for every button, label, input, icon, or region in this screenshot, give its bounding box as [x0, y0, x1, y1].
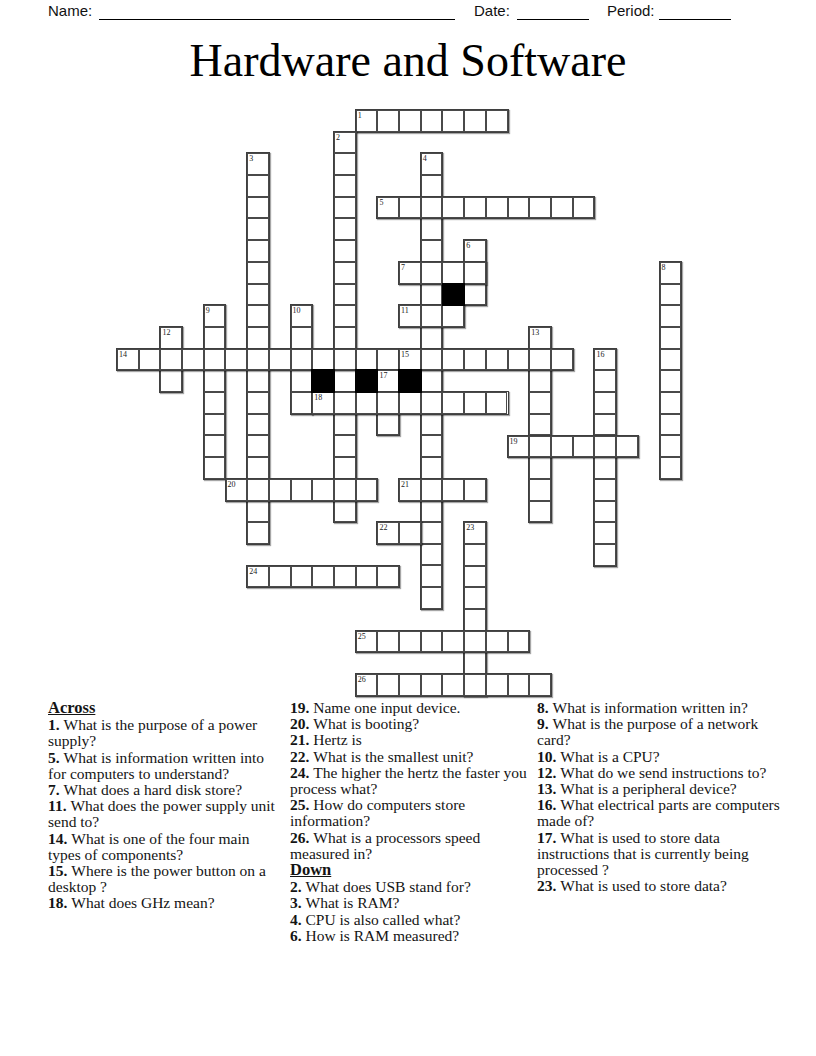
cell[interactable]: [464, 110, 486, 132]
cell[interactable]: [204, 414, 226, 436]
cell[interactable]: [377, 631, 399, 653]
clue-25: 25. How do computers store information?: [290, 797, 530, 829]
clue-number: 18: [314, 393, 322, 402]
cell[interactable]: [377, 414, 399, 436]
cell[interactable]: [594, 522, 616, 544]
cell[interactable]: [377, 110, 399, 132]
cell[interactable]: 24: [247, 566, 269, 588]
cell[interactable]: [529, 370, 551, 392]
cell[interactable]: 23: [464, 522, 486, 544]
cell[interactable]: 7: [399, 262, 421, 284]
black-cell: [398, 369, 422, 393]
cell[interactable]: 3: [247, 153, 269, 175]
clue-1: 1. What is the purpose of a power supply…: [48, 717, 280, 749]
clue-4: 4. CPU is also called what?: [290, 912, 530, 928]
cell[interactable]: [291, 392, 313, 414]
clue-number: 23: [466, 523, 474, 532]
cell[interactable]: [291, 479, 313, 501]
cell[interactable]: [334, 175, 356, 197]
cell[interactable]: [334, 327, 356, 349]
cell[interactable]: [421, 522, 443, 544]
clue-14: 14. What is one of the four main types o…: [48, 831, 280, 863]
cell[interactable]: [442, 479, 464, 501]
clue-number: 14: [119, 350, 127, 359]
cell[interactable]: [334, 305, 356, 327]
clue-23: 23. What is used to store data?: [537, 878, 789, 894]
clue-15: 15. Where is the power button on a deskt…: [48, 863, 280, 895]
cell[interactable]: [442, 392, 464, 414]
cell[interactable]: [442, 349, 464, 371]
cell[interactable]: [399, 392, 421, 414]
cell[interactable]: [529, 197, 551, 219]
word-25-across: 25: [355, 630, 531, 654]
cell[interactable]: [312, 349, 334, 371]
cell[interactable]: [421, 218, 443, 240]
cell[interactable]: 18: [312, 392, 334, 414]
cell[interactable]: 17: [377, 370, 399, 392]
clue-16: 16. What electrical parts are computers …: [537, 797, 789, 829]
cell[interactable]: [551, 436, 573, 458]
cell[interactable]: [247, 262, 269, 284]
cell[interactable]: [182, 349, 204, 371]
word-20-across: 20: [225, 478, 379, 502]
cell[interactable]: [334, 479, 356, 501]
cell[interactable]: [616, 436, 638, 458]
cell[interactable]: [334, 240, 356, 262]
cell[interactable]: [573, 436, 595, 458]
cell[interactable]: [660, 435, 682, 457]
clue-17: 17. What is used to store data instructi…: [537, 830, 789, 879]
cell[interactable]: [508, 631, 530, 653]
cell[interactable]: [660, 392, 682, 414]
cell[interactable]: [421, 457, 443, 479]
cell[interactable]: 22: [377, 522, 399, 544]
cell[interactable]: [334, 262, 356, 284]
cell[interactable]: [660, 457, 682, 479]
cell[interactable]: [442, 197, 464, 219]
cell[interactable]: [529, 501, 551, 523]
clue-7: 7. What does a hard disk store?: [48, 782, 280, 798]
cell[interactable]: [421, 175, 443, 197]
name-label: Name:: [48, 2, 92, 19]
cell[interactable]: [269, 349, 291, 371]
cell[interactable]: [594, 544, 616, 566]
cell[interactable]: [594, 436, 616, 458]
cell[interactable]: [486, 349, 508, 371]
period-label: Period:: [607, 2, 655, 19]
cell[interactable]: [486, 197, 508, 219]
cell[interactable]: [421, 349, 443, 371]
cell[interactable]: [464, 631, 486, 653]
cell[interactable]: [291, 370, 313, 392]
cell[interactable]: 25: [356, 631, 378, 653]
word-9-down: 9: [203, 304, 227, 480]
clue-13: 13. What is a peripheral device?: [537, 781, 789, 797]
cell[interactable]: 6: [464, 240, 486, 262]
cell[interactable]: [508, 674, 530, 696]
cell[interactable]: [421, 565, 443, 587]
cell[interactable]: [291, 349, 313, 371]
clue-3: 3. What is RAM?: [290, 895, 530, 911]
clue-number: 16: [596, 350, 604, 359]
clue-number: 5: [379, 198, 383, 207]
cell[interactable]: [334, 566, 356, 588]
clue-column-2: 19. Name one input device.20. What is bo…: [290, 700, 530, 944]
cell[interactable]: [486, 110, 508, 132]
cell[interactable]: [204, 392, 226, 414]
cell[interactable]: [464, 544, 486, 566]
cell[interactable]: [529, 392, 551, 414]
clue-21: 21. Hertz is: [290, 732, 530, 748]
period-input-line[interactable]: [659, 1, 731, 20]
clue-12: 12. What do we send instructions to?: [537, 765, 789, 781]
word-14-across: 14: [116, 348, 400, 372]
cell[interactable]: [399, 522, 421, 544]
cell[interactable]: [399, 631, 421, 653]
cell[interactable]: [464, 262, 486, 284]
cell[interactable]: [660, 349, 682, 371]
cell[interactable]: [660, 284, 682, 306]
word-5-across: 5: [376, 196, 595, 220]
cell[interactable]: [247, 240, 269, 262]
clue-19: 19. Name one input device.: [290, 700, 530, 716]
cell[interactable]: [312, 566, 334, 588]
cell[interactable]: [312, 479, 334, 501]
clue-number: 15: [401, 350, 409, 359]
cell[interactable]: [464, 587, 486, 609]
cell[interactable]: [334, 435, 356, 457]
cell[interactable]: [551, 349, 573, 371]
cell[interactable]: [160, 370, 182, 392]
cell[interactable]: [529, 479, 551, 501]
cell[interactable]: [269, 479, 291, 501]
cell[interactable]: [247, 479, 269, 501]
date-input-line[interactable]: [517, 1, 589, 20]
clue-20: 20. What is booting?: [290, 716, 530, 732]
word-2-down: 2: [333, 131, 357, 524]
cell[interactable]: [377, 674, 399, 696]
cell[interactable]: 12: [160, 327, 182, 349]
cell[interactable]: [377, 566, 399, 588]
clue-number: 8: [662, 263, 666, 272]
cell[interactable]: [508, 349, 530, 371]
cell[interactable]: [421, 305, 443, 327]
cell[interactable]: [225, 349, 247, 371]
clue-number: 7: [401, 263, 405, 272]
cell[interactable]: [377, 392, 399, 414]
cell[interactable]: 13: [529, 327, 551, 349]
cell[interactable]: [421, 587, 443, 609]
cell[interactable]: [204, 327, 226, 349]
word-21-across: 21: [398, 478, 487, 502]
cell[interactable]: [247, 435, 269, 457]
clue-number: 3: [249, 154, 253, 163]
cell[interactable]: [529, 457, 551, 479]
cell[interactable]: [247, 197, 269, 219]
cell[interactable]: [334, 500, 356, 522]
clue-22: 22. What is the smallest unit?: [290, 749, 530, 765]
cell[interactable]: [442, 674, 464, 696]
cell[interactable]: [464, 284, 486, 306]
clue-number: 20: [228, 480, 236, 489]
word-4-down: 4: [420, 152, 444, 610]
cell[interactable]: [334, 197, 356, 219]
clue-number: 21: [401, 480, 409, 489]
cell[interactable]: [291, 327, 313, 349]
cell[interactable]: [442, 305, 464, 327]
name-input-line[interactable]: [99, 1, 455, 20]
cell[interactable]: [356, 566, 378, 588]
clue-2: 2. What does USB stand for?: [290, 879, 530, 895]
cell[interactable]: [334, 457, 356, 479]
clue-8: 8. What is information written in?: [537, 700, 789, 716]
clue-number: 10: [293, 306, 301, 315]
word-26-across: 26: [355, 673, 552, 697]
cell[interactable]: [247, 457, 269, 479]
word-22-across: 22: [376, 521, 421, 545]
cell[interactable]: 14: [117, 349, 139, 371]
cell[interactable]: 10: [291, 305, 313, 327]
word-1-across: 1: [355, 109, 509, 133]
black-cell: [442, 283, 466, 307]
cell[interactable]: [421, 500, 443, 522]
cell[interactable]: [247, 392, 269, 414]
cell[interactable]: [139, 349, 161, 371]
cell[interactable]: [464, 609, 486, 631]
cell[interactable]: [247, 327, 269, 349]
clue-column-1: Across1. What is the purpose of a power …: [48, 700, 280, 912]
cell[interactable]: [291, 566, 313, 588]
cell[interactable]: [204, 435, 226, 457]
cell[interactable]: 1: [356, 110, 378, 132]
cell[interactable]: [660, 327, 682, 349]
clues-down-header: Down: [290, 862, 530, 878]
cell[interactable]: [421, 240, 443, 262]
cell[interactable]: [421, 392, 443, 414]
cell[interactable]: [529, 414, 551, 436]
cell[interactable]: [464, 392, 486, 414]
word-18-across: 18: [311, 391, 508, 415]
page-title: Hardware and Software: [0, 34, 816, 87]
cell[interactable]: [573, 197, 595, 219]
cell[interactable]: [356, 349, 378, 371]
clue-number: 11: [401, 306, 409, 315]
clue-number: 26: [358, 675, 366, 684]
black-cell: [355, 369, 379, 393]
cell[interactable]: [594, 479, 616, 501]
cell[interactable]: [334, 218, 356, 240]
cell[interactable]: [421, 435, 443, 457]
clue-number: 2: [336, 133, 340, 142]
cell[interactable]: [464, 652, 486, 674]
cell[interactable]: [421, 327, 443, 349]
cell[interactable]: 15: [399, 349, 421, 371]
cell[interactable]: [486, 674, 508, 696]
clues-across-header: Across: [48, 700, 280, 716]
cell[interactable]: 4: [421, 153, 443, 175]
cell[interactable]: [594, 370, 616, 392]
clue-number: 12: [162, 328, 170, 337]
cell[interactable]: [442, 110, 464, 132]
word-11-across: 11: [398, 304, 465, 328]
cell[interactable]: 11: [399, 305, 421, 327]
clue-number: 25: [358, 632, 366, 641]
word-15-across: 15: [398, 348, 574, 372]
cell[interactable]: [594, 392, 616, 414]
cell[interactable]: 2: [334, 132, 356, 154]
cell[interactable]: [247, 500, 269, 522]
cell[interactable]: [247, 349, 269, 371]
word-7-across: 7: [398, 261, 487, 285]
cell[interactable]: [334, 370, 356, 392]
cell[interactable]: [529, 674, 551, 696]
cell[interactable]: [464, 479, 486, 501]
cell[interactable]: [377, 349, 399, 371]
black-cell: [311, 369, 335, 393]
cell[interactable]: 20: [226, 479, 248, 501]
clue-number: 22: [379, 523, 387, 532]
cell[interactable]: [464, 349, 486, 371]
clue-number: 1: [358, 111, 362, 120]
cell[interactable]: [486, 392, 508, 414]
cell[interactable]: [529, 436, 551, 458]
clue-number: 6: [466, 241, 470, 250]
clue-column-3: 8. What is information written in?9. Wha…: [537, 700, 789, 894]
cell[interactable]: 26: [356, 674, 378, 696]
clue-18: 18. What does GHz mean?: [48, 895, 280, 911]
clue-6: 6. How is RAM measured?: [290, 928, 530, 944]
cell[interactable]: [421, 284, 443, 306]
cell[interactable]: [660, 305, 682, 327]
cell[interactable]: [247, 414, 269, 436]
cell[interactable]: [508, 197, 530, 219]
cell[interactable]: [334, 414, 356, 436]
cell[interactable]: [356, 479, 378, 501]
cell[interactable]: 16: [594, 349, 616, 371]
cell[interactable]: [442, 631, 464, 653]
cell[interactable]: [204, 457, 226, 479]
clue-26: 26. What is a processors speed measured …: [290, 830, 530, 862]
word-23-down: 23: [463, 521, 487, 697]
cell[interactable]: [660, 370, 682, 392]
cell[interactable]: 5: [377, 197, 399, 219]
cell[interactable]: [421, 674, 443, 696]
clue-number: 13: [531, 328, 539, 337]
cell[interactable]: [486, 631, 508, 653]
cell[interactable]: [529, 349, 551, 371]
cell[interactable]: [399, 110, 421, 132]
clue-10: 10. What is a CPU?: [537, 749, 789, 765]
cell[interactable]: [247, 218, 269, 240]
cell[interactable]: [421, 370, 443, 392]
cell[interactable]: [421, 544, 443, 566]
cell[interactable]: [421, 197, 443, 219]
cell[interactable]: [399, 197, 421, 219]
clue-number: 19: [510, 437, 518, 446]
cell[interactable]: [334, 284, 356, 306]
cell[interactable]: [464, 566, 486, 588]
cell[interactable]: 21: [399, 479, 421, 501]
cell[interactable]: [334, 349, 356, 371]
cell[interactable]: [660, 414, 682, 436]
cell[interactable]: [247, 370, 269, 392]
cell[interactable]: 19: [508, 436, 530, 458]
cell[interactable]: [399, 674, 421, 696]
word-24-across: 24: [246, 565, 400, 589]
cell[interactable]: [594, 414, 616, 436]
cell[interactable]: [464, 197, 486, 219]
cell[interactable]: [160, 349, 182, 371]
cell[interactable]: [594, 501, 616, 523]
cell[interactable]: [204, 370, 226, 392]
cell[interactable]: 9: [204, 305, 226, 327]
cell[interactable]: [421, 631, 443, 653]
cell[interactable]: [269, 566, 291, 588]
cell[interactable]: [421, 262, 443, 284]
cell[interactable]: [204, 349, 226, 371]
clue-number: 4: [423, 154, 427, 163]
clue-number: 9: [206, 306, 210, 315]
cell[interactable]: 8: [660, 262, 682, 284]
cell[interactable]: [421, 479, 443, 501]
clue-5: 5. What is information written into for …: [48, 750, 280, 782]
word-19-across: 19: [507, 435, 639, 459]
cell[interactable]: [464, 674, 486, 696]
cell[interactable]: [594, 457, 616, 479]
cell[interactable]: [442, 262, 464, 284]
date-label: Date:: [474, 2, 510, 19]
cell[interactable]: [247, 284, 269, 306]
word-8-down: 8: [659, 261, 683, 480]
cell[interactable]: [551, 197, 573, 219]
clue-24: 24. The higher the hertz the faster you …: [290, 765, 530, 797]
cell[interactable]: [247, 522, 269, 544]
cell[interactable]: [334, 392, 356, 414]
cell[interactable]: [247, 175, 269, 197]
cell[interactable]: [247, 305, 269, 327]
cell[interactable]: [356, 392, 378, 414]
cell[interactable]: [421, 414, 443, 436]
cell[interactable]: [421, 110, 443, 132]
clue-9: 9. What is the purpose of a network card…: [537, 716, 789, 748]
clue-number: 17: [379, 371, 387, 380]
clue-11: 11. What does the power supply unit send…: [48, 798, 280, 830]
clue-number: 24: [249, 567, 257, 576]
cell[interactable]: [334, 153, 356, 175]
